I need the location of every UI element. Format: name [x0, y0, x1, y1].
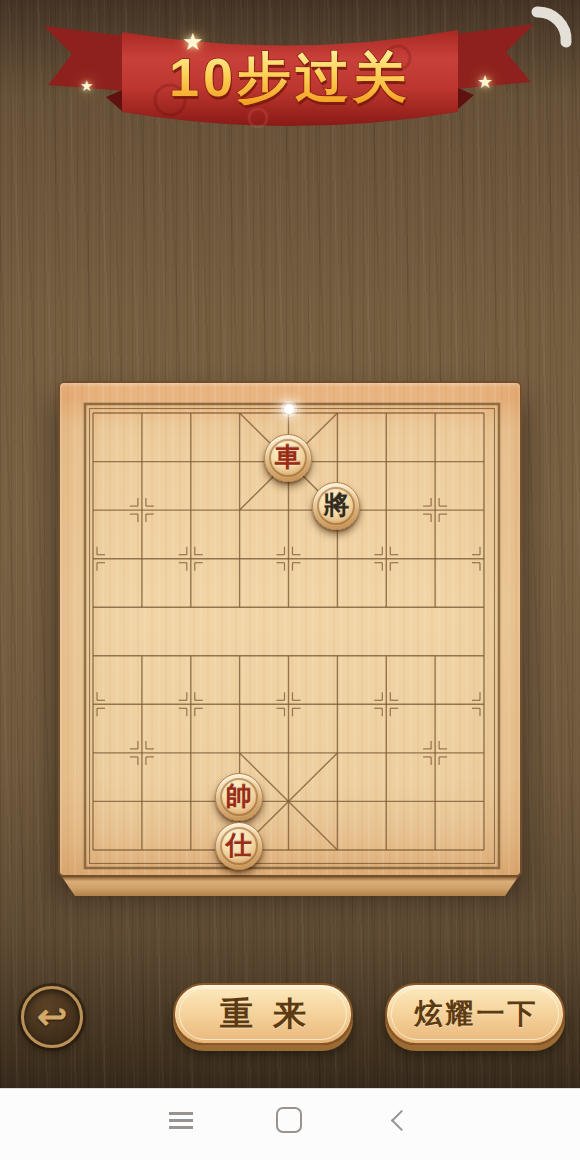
last-move-marker: [284, 404, 294, 414]
ribbon-fold-left: [106, 90, 122, 111]
level-banner: 10步过关 10步过关 ★ ★ ★: [0, 0, 580, 160]
ribbon-fold-right: [458, 88, 474, 109]
piece-character: 仕: [226, 833, 252, 859]
undo-icon: ↩: [37, 999, 67, 1035]
star-icon: ★: [477, 71, 493, 93]
hamburger-icon: [169, 1119, 193, 1122]
piece-red-chariot[interactable]: 車: [264, 434, 312, 482]
star-icon: ★: [80, 77, 93, 95]
restart-label: 重来: [200, 992, 326, 1037]
hamburger-icon: [169, 1126, 193, 1129]
home-button[interactable]: [260, 1094, 320, 1154]
piece-character: 帥: [226, 784, 252, 810]
android-navbar: [0, 1088, 580, 1160]
board-bevel-edge: [62, 877, 518, 896]
hamburger-icon: [169, 1112, 193, 1115]
piece-red-advisor[interactable]: 仕: [215, 822, 263, 870]
back-chevron-icon: [391, 1110, 412, 1131]
piece-character: 車: [275, 445, 301, 471]
piece-character: 將: [323, 493, 349, 519]
show-off-button[interactable]: 炫耀一下: [385, 983, 565, 1045]
banner-title: 10步过关: [169, 47, 411, 107]
home-square-icon: [276, 1107, 302, 1133]
game-background: 10步过关 10步过关 ★ ★ ★ 楚河 漢界 車將帥仕 ↩ 重来 炫耀一下: [0, 0, 580, 1088]
restart-button[interactable]: 重来: [173, 983, 353, 1045]
show-off-label: 炫耀一下: [412, 995, 539, 1033]
piece-red-general[interactable]: 帥: [215, 773, 263, 821]
corner-arc-decoration: [537, 12, 566, 42]
star-icon: ★: [182, 28, 204, 56]
xiangqi-board[interactable]: 楚河 漢界 車將帥仕: [58, 381, 522, 877]
recent-apps-button[interactable]: [151, 1094, 211, 1154]
phone-screen: 10步过关 10步过关 ★ ★ ★ 楚河 漢界 車將帥仕 ↩ 重来 炫耀一下: [0, 0, 580, 1160]
undo-button[interactable]: ↩: [21, 986, 83, 1048]
ribbon-tail-right: [455, 24, 534, 89]
back-button[interactable]: [370, 1094, 430, 1154]
